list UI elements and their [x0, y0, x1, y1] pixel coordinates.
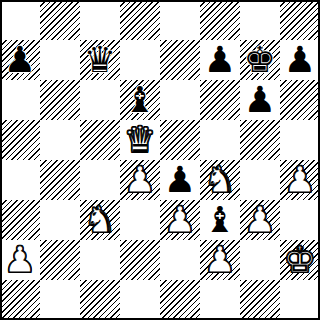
piece-black-pawn-a7: ♟	[4, 40, 36, 80]
square-f8[interactable]	[200, 0, 240, 40]
square-b4[interactable]	[40, 160, 80, 200]
square-f1[interactable]	[200, 280, 240, 320]
square-a3[interactable]	[0, 200, 40, 240]
square-h8[interactable]	[280, 0, 320, 40]
square-g6[interactable]: ♟	[240, 80, 280, 120]
piece-black-pawn-g6: ♟	[244, 80, 276, 120]
square-c5[interactable]	[80, 120, 120, 160]
piece-white-queen-d5: ♛	[124, 120, 156, 160]
piece-white-king-h2: ♚	[284, 240, 316, 280]
square-b1[interactable]	[40, 280, 80, 320]
square-f6[interactable]	[200, 80, 240, 120]
square-d2[interactable]	[120, 240, 160, 280]
piece-white-pawn-d4: ♟	[124, 160, 156, 200]
square-e2[interactable]	[160, 240, 200, 280]
square-g5[interactable]	[240, 120, 280, 160]
square-a5[interactable]	[0, 120, 40, 160]
piece-white-pawn-h4: ♟	[284, 160, 316, 200]
square-c8[interactable]	[80, 0, 120, 40]
piece-white-pawn-a2: ♟	[4, 240, 36, 280]
piece-white-knight-c3: ♞	[84, 200, 116, 240]
square-a8[interactable]	[0, 0, 40, 40]
square-a1[interactable]	[0, 280, 40, 320]
square-a7[interactable]: ♟	[0, 40, 40, 80]
square-h4[interactable]: ♟	[280, 160, 320, 200]
square-c4[interactable]	[80, 160, 120, 200]
square-g2[interactable]	[240, 240, 280, 280]
square-h7[interactable]: ♟	[280, 40, 320, 80]
square-e8[interactable]	[160, 0, 200, 40]
square-f7[interactable]: ♟	[200, 40, 240, 80]
square-a2[interactable]: ♟	[0, 240, 40, 280]
square-c6[interactable]	[80, 80, 120, 120]
piece-black-pawn-h7: ♟	[284, 40, 316, 80]
piece-white-pawn-f2: ♟	[204, 240, 236, 280]
chess-board-wrap: ♟♛♟♚♟♝♟♛♟♟♞♟♞♟♝♟♟♟♚	[0, 0, 320, 320]
square-d5[interactable]: ♛	[120, 120, 160, 160]
square-d4[interactable]: ♟	[120, 160, 160, 200]
square-g4[interactable]	[240, 160, 280, 200]
square-d8[interactable]	[120, 0, 160, 40]
piece-black-king-g7: ♚	[244, 40, 276, 80]
piece-white-pawn-g3: ♟	[244, 200, 276, 240]
square-h3[interactable]	[280, 200, 320, 240]
square-f2[interactable]: ♟	[200, 240, 240, 280]
square-g1[interactable]	[240, 280, 280, 320]
square-g7[interactable]: ♚	[240, 40, 280, 80]
square-h2[interactable]: ♚	[280, 240, 320, 280]
piece-white-pawn-e3: ♟	[164, 200, 196, 240]
chess-board: ♟♛♟♚♟♝♟♛♟♟♞♟♞♟♝♟♟♟♚	[0, 0, 320, 320]
square-b5[interactable]	[40, 120, 80, 160]
square-f3[interactable]: ♝	[200, 200, 240, 240]
square-b2[interactable]	[40, 240, 80, 280]
square-c3[interactable]: ♞	[80, 200, 120, 240]
square-b8[interactable]	[40, 0, 80, 40]
square-a6[interactable]	[0, 80, 40, 120]
square-f5[interactable]	[200, 120, 240, 160]
square-e6[interactable]	[160, 80, 200, 120]
square-g3[interactable]: ♟	[240, 200, 280, 240]
square-g8[interactable]	[240, 0, 280, 40]
square-e3[interactable]: ♟	[160, 200, 200, 240]
square-d3[interactable]	[120, 200, 160, 240]
square-h1[interactable]	[280, 280, 320, 320]
square-h5[interactable]	[280, 120, 320, 160]
square-c1[interactable]	[80, 280, 120, 320]
piece-black-queen-c7: ♛	[84, 40, 116, 80]
square-b3[interactable]	[40, 200, 80, 240]
square-e7[interactable]	[160, 40, 200, 80]
square-e5[interactable]	[160, 120, 200, 160]
square-b6[interactable]	[40, 80, 80, 120]
square-h6[interactable]	[280, 80, 320, 120]
square-c7[interactable]: ♛	[80, 40, 120, 80]
square-d6[interactable]: ♝	[120, 80, 160, 120]
piece-black-bishop-f3: ♝	[204, 200, 236, 240]
piece-black-pawn-e4: ♟	[164, 160, 196, 200]
square-e4[interactable]: ♟	[160, 160, 200, 200]
piece-black-bishop-d6: ♝	[124, 80, 156, 120]
square-d1[interactable]	[120, 280, 160, 320]
square-f4[interactable]: ♞	[200, 160, 240, 200]
square-d7[interactable]	[120, 40, 160, 80]
piece-black-pawn-f7: ♟	[204, 40, 236, 80]
square-c2[interactable]	[80, 240, 120, 280]
square-e1[interactable]	[160, 280, 200, 320]
square-a4[interactable]	[0, 160, 40, 200]
piece-white-knight-f4: ♞	[204, 160, 236, 200]
square-b7[interactable]	[40, 40, 80, 80]
